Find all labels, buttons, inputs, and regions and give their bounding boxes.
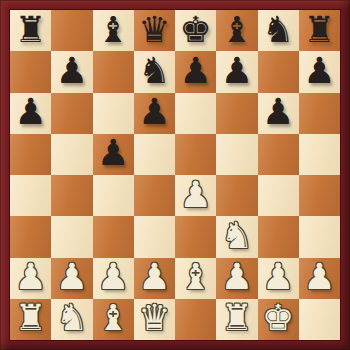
square-g8[interactable]: ♞ [258,10,299,51]
black-knight[interactable]: ♞ [262,12,294,48]
square-e1[interactable] [175,299,216,340]
square-f1[interactable]: ♜ [216,299,257,340]
square-h5[interactable] [299,134,340,175]
black-pawn[interactable]: ♟ [221,53,253,89]
square-c3[interactable] [93,216,134,257]
square-a5[interactable] [10,134,51,175]
square-f3[interactable]: ♞ [216,216,257,257]
black-pawn[interactable]: ♟ [14,94,46,130]
white-pawn[interactable]: ♟ [14,259,46,295]
black-rook[interactable]: ♜ [303,12,335,48]
square-f8[interactable]: ♝ [216,10,257,51]
black-pawn[interactable]: ♟ [97,135,129,171]
square-g4[interactable] [258,175,299,216]
black-pawn[interactable]: ♟ [303,53,335,89]
square-a6[interactable]: ♟ [10,93,51,134]
square-f5[interactable] [216,134,257,175]
square-a7[interactable] [10,51,51,92]
square-d3[interactable] [134,216,175,257]
square-g3[interactable] [258,216,299,257]
square-e6[interactable] [175,93,216,134]
square-c1[interactable]: ♝ [93,299,134,340]
square-b1[interactable]: ♞ [51,299,92,340]
square-f2[interactable]: ♟ [216,258,257,299]
white-pawn[interactable]: ♟ [221,259,253,295]
square-a3[interactable] [10,216,51,257]
square-d2[interactable]: ♟ [134,258,175,299]
black-pawn[interactable]: ♟ [56,53,88,89]
black-bishop[interactable]: ♝ [221,12,253,48]
black-pawn[interactable]: ♟ [262,94,294,130]
square-g5[interactable] [258,134,299,175]
white-king[interactable]: ♚ [262,300,294,336]
square-g7[interactable] [258,51,299,92]
white-pawn[interactable]: ♟ [303,259,335,295]
square-e4[interactable]: ♟ [175,175,216,216]
square-c6[interactable] [93,93,134,134]
square-b8[interactable] [51,10,92,51]
white-pawn[interactable]: ♟ [56,259,88,295]
white-bishop[interactable]: ♝ [97,300,129,336]
black-pawn[interactable]: ♟ [179,53,211,89]
black-rook[interactable]: ♜ [14,12,46,48]
black-king[interactable]: ♚ [179,12,211,48]
square-c5[interactable]: ♟ [93,134,134,175]
square-g2[interactable]: ♟ [258,258,299,299]
square-a2[interactable]: ♟ [10,258,51,299]
black-bishop[interactable]: ♝ [97,12,129,48]
chess-board-frame: ♜♝♛♚♝♞♜♟♞♟♟♟♟♟♟♟♟♞♟♟♟♟♝♟♟♟♜♞♝♛♜♚ [0,0,350,350]
square-h8[interactable]: ♜ [299,10,340,51]
square-e2[interactable]: ♝ [175,258,216,299]
square-d4[interactable] [134,175,175,216]
square-g6[interactable]: ♟ [258,93,299,134]
square-b3[interactable] [51,216,92,257]
square-c4[interactable] [93,175,134,216]
white-pawn[interactable]: ♟ [262,259,294,295]
white-knight[interactable]: ♞ [221,218,253,254]
black-pawn[interactable]: ♟ [138,94,170,130]
square-a1[interactable]: ♜ [10,299,51,340]
white-pawn[interactable]: ♟ [138,259,170,295]
square-b7[interactable]: ♟ [51,51,92,92]
square-h1[interactable] [299,299,340,340]
white-pawn[interactable]: ♟ [179,177,211,213]
square-b5[interactable] [51,134,92,175]
square-c7[interactable] [93,51,134,92]
square-e7[interactable]: ♟ [175,51,216,92]
chess-board: ♜♝♛♚♝♞♜♟♞♟♟♟♟♟♟♟♟♞♟♟♟♟♝♟♟♟♜♞♝♛♜♚ [10,10,340,340]
white-rook[interactable]: ♜ [221,300,253,336]
square-d8[interactable]: ♛ [134,10,175,51]
square-h2[interactable]: ♟ [299,258,340,299]
white-knight[interactable]: ♞ [56,300,88,336]
square-h4[interactable] [299,175,340,216]
black-queen[interactable]: ♛ [138,12,170,48]
square-f4[interactable] [216,175,257,216]
square-b4[interactable] [51,175,92,216]
square-f6[interactable] [216,93,257,134]
white-bishop[interactable]: ♝ [179,259,211,295]
square-a4[interactable] [10,175,51,216]
square-d7[interactable]: ♞ [134,51,175,92]
square-f7[interactable]: ♟ [216,51,257,92]
square-b6[interactable] [51,93,92,134]
square-e3[interactable] [175,216,216,257]
square-d5[interactable] [134,134,175,175]
square-a8[interactable]: ♜ [10,10,51,51]
square-b2[interactable]: ♟ [51,258,92,299]
square-g1[interactable]: ♚ [258,299,299,340]
white-rook[interactable]: ♜ [14,300,46,336]
square-h7[interactable]: ♟ [299,51,340,92]
square-c2[interactable]: ♟ [93,258,134,299]
square-e8[interactable]: ♚ [175,10,216,51]
square-e5[interactable] [175,134,216,175]
black-knight[interactable]: ♞ [138,53,170,89]
white-queen[interactable]: ♛ [138,300,170,336]
square-h6[interactable] [299,93,340,134]
square-d6[interactable]: ♟ [134,93,175,134]
white-pawn[interactable]: ♟ [97,259,129,295]
square-d1[interactable]: ♛ [134,299,175,340]
square-h3[interactable] [299,216,340,257]
square-c8[interactable]: ♝ [93,10,134,51]
